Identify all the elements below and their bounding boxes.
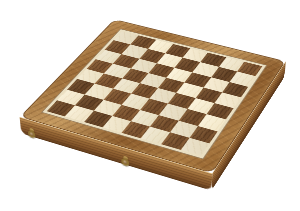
board-square-r7c3 [94,99,122,115]
board-frame [20,19,286,173]
board-square-r8c2 [65,105,94,122]
board-square-r5c8 [206,103,233,119]
board-square-r7c7 [170,120,198,137]
board-square-r8c6 [141,126,170,144]
brass-clasp-ring-icon [28,130,36,139]
board-square-r8c5 [122,121,151,138]
board-scene [0,0,300,211]
board-square-r6c6 [159,104,187,121]
board-square-r6c8 [198,114,226,131]
board-square-r7c4 [112,105,140,122]
board-square-r7c2 [75,94,103,110]
board-square-r4c7 [195,87,222,103]
board-square-r4c8 [214,92,241,108]
board-square-r5c7 [187,98,214,114]
board-square-r5c6 [168,93,195,109]
board-square-r8c7 [161,132,190,150]
board-square-r6c7 [178,109,206,126]
board-square-r5c5 [149,88,176,104]
board-square-r8c1 [47,100,75,116]
board-square-r7c5 [131,110,159,127]
board-square-r8c4 [102,116,131,133]
board-square-r8c3 [84,110,113,127]
brass-clasp-left [27,127,37,144]
brass-clasp-center [120,155,130,172]
brass-clasp-ring-icon [121,158,129,167]
photo-background [0,0,300,211]
board-square-r7c8 [189,126,217,144]
board-square-r8c8 [181,138,210,156]
board-square-r6c4 [122,94,150,110]
board-square-r6c3 [103,89,131,105]
board-square-r7c6 [150,115,178,132]
chess-board [20,19,286,173]
board-square-r7c1 [57,89,85,105]
board-square-r6c5 [140,99,168,115]
